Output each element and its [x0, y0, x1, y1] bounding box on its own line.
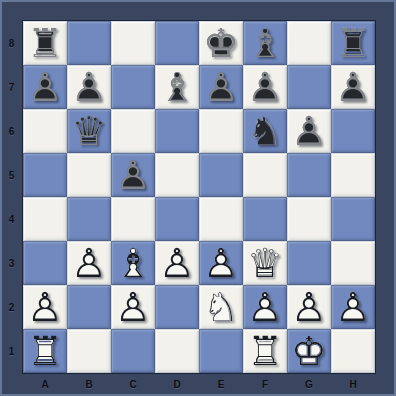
square-d4[interactable] — [155, 197, 199, 241]
square-g8[interactable] — [287, 21, 331, 65]
square-f4[interactable] — [243, 197, 287, 241]
piece-black-pawn-h7[interactable]: ♟♙ — [331, 65, 375, 109]
square-h6[interactable] — [331, 109, 375, 153]
black-rook-outline-icon: ♖ — [331, 21, 375, 65]
square-b5[interactable] — [67, 153, 111, 197]
piece-black-queen-b6[interactable]: ♛♕ — [67, 109, 111, 153]
square-h8[interactable]: ♜♖ — [331, 21, 375, 65]
piece-white-bishop-c3[interactable]: ♝♗ — [111, 241, 155, 285]
square-d1[interactable] — [155, 329, 199, 373]
square-f1[interactable]: ♜♖ — [243, 329, 287, 373]
square-f7[interactable]: ♟♙ — [243, 65, 287, 109]
white-pawn-outline-icon: ♙ — [111, 285, 155, 329]
white-rook-outline-icon: ♖ — [243, 329, 287, 373]
piece-white-pawn-c2[interactable]: ♟♙ — [111, 285, 155, 329]
white-pawn-outline-icon: ♙ — [199, 241, 243, 285]
rank-label-4: 4 — [0, 197, 23, 241]
square-b4[interactable] — [67, 197, 111, 241]
white-queen-outline-icon: ♕ — [243, 241, 287, 285]
square-d2[interactable] — [155, 285, 199, 329]
piece-black-rook-a8[interactable]: ♜♖ — [23, 21, 67, 65]
white-bishop-outline-icon: ♗ — [111, 241, 155, 285]
square-h4[interactable] — [331, 197, 375, 241]
black-pawn-outline-icon: ♙ — [331, 65, 375, 109]
square-a3[interactable] — [23, 241, 67, 285]
square-a4[interactable] — [23, 197, 67, 241]
square-g6[interactable]: ♟♙ — [287, 109, 331, 153]
square-e1[interactable] — [199, 329, 243, 373]
rank-label-5: 5 — [0, 153, 23, 197]
black-pawn-outline-icon: ♙ — [287, 109, 331, 153]
square-c1[interactable] — [111, 329, 155, 373]
chess-board: ♜♖♚♔♝♗♜♖♟♙♟♙♝♗♟♙♟♙♟♙♛♕♞♘♟♙♟♙♟♙♝♗♟♙♟♙♛♕♟♙… — [23, 21, 375, 373]
square-a8[interactable]: ♜♖ — [23, 21, 67, 65]
square-h5[interactable] — [331, 153, 375, 197]
piece-black-king-e8[interactable]: ♚♔ — [199, 21, 243, 65]
piece-white-knight-e2[interactable]: ♞♘ — [199, 285, 243, 329]
square-b7[interactable]: ♟♙ — [67, 65, 111, 109]
piece-white-king-g1[interactable]: ♚♔ — [287, 329, 331, 373]
black-bishop-outline-icon: ♗ — [243, 21, 287, 65]
white-pawn-outline-icon: ♙ — [67, 241, 111, 285]
square-b6[interactable]: ♛♕ — [67, 109, 111, 153]
black-knight-outline-icon: ♘ — [243, 109, 287, 153]
square-f5[interactable] — [243, 153, 287, 197]
file-label-a: A — [23, 373, 67, 396]
black-pawn-outline-icon: ♙ — [199, 65, 243, 109]
square-h3[interactable] — [331, 241, 375, 285]
rank-label-7: 7 — [0, 65, 23, 109]
piece-white-pawn-h2[interactable]: ♟♙ — [331, 285, 375, 329]
square-e7[interactable]: ♟♙ — [199, 65, 243, 109]
square-a7[interactable]: ♟♙ — [23, 65, 67, 109]
piece-white-pawn-e3[interactable]: ♟♙ — [199, 241, 243, 285]
square-d3[interactable]: ♟♙ — [155, 241, 199, 285]
square-f3[interactable]: ♛♕ — [243, 241, 287, 285]
square-g2[interactable]: ♟♙ — [287, 285, 331, 329]
square-d5[interactable] — [155, 153, 199, 197]
black-pawn-outline-icon: ♙ — [111, 153, 155, 197]
square-f6[interactable]: ♞♘ — [243, 109, 287, 153]
piece-black-pawn-e7[interactable]: ♟♙ — [199, 65, 243, 109]
piece-white-pawn-a2[interactable]: ♟♙ — [23, 285, 67, 329]
black-king-outline-icon: ♔ — [199, 21, 243, 65]
white-king-outline-icon: ♔ — [287, 329, 331, 373]
white-pawn-outline-icon: ♙ — [155, 241, 199, 285]
white-pawn-outline-icon: ♙ — [331, 285, 375, 329]
piece-black-rook-h8[interactable]: ♜♖ — [331, 21, 375, 65]
square-c8[interactable] — [111, 21, 155, 65]
piece-black-pawn-f7[interactable]: ♟♙ — [243, 65, 287, 109]
square-b1[interactable] — [67, 329, 111, 373]
square-e3[interactable]: ♟♙ — [199, 241, 243, 285]
square-c2[interactable]: ♟♙ — [111, 285, 155, 329]
piece-black-bishop-f8[interactable]: ♝♗ — [243, 21, 287, 65]
file-label-e: E — [199, 373, 243, 396]
file-label-g: G — [287, 373, 331, 396]
black-pawn-outline-icon: ♙ — [23, 65, 67, 109]
rank-label-3: 3 — [0, 241, 23, 285]
piece-black-pawn-c5[interactable]: ♟♙ — [111, 153, 155, 197]
square-a6[interactable] — [23, 109, 67, 153]
file-label-c: C — [111, 373, 155, 396]
file-label-d: D — [155, 373, 199, 396]
rank-label-2: 2 — [0, 285, 23, 329]
white-pawn-outline-icon: ♙ — [243, 285, 287, 329]
square-e2[interactable]: ♞♘ — [199, 285, 243, 329]
piece-black-pawn-b7[interactable]: ♟♙ — [67, 65, 111, 109]
piece-black-knight-f6[interactable]: ♞♘ — [243, 109, 287, 153]
square-f2[interactable]: ♟♙ — [243, 285, 287, 329]
square-d6[interactable] — [155, 109, 199, 153]
piece-white-pawn-g2[interactable]: ♟♙ — [287, 285, 331, 329]
file-label-b: B — [67, 373, 111, 396]
square-c4[interactable] — [111, 197, 155, 241]
square-g5[interactable] — [287, 153, 331, 197]
square-g3[interactable] — [287, 241, 331, 285]
square-b8[interactable] — [67, 21, 111, 65]
white-pawn-outline-icon: ♙ — [287, 285, 331, 329]
square-a2[interactable]: ♟♙ — [23, 285, 67, 329]
square-h2[interactable]: ♟♙ — [331, 285, 375, 329]
black-queen-outline-icon: ♕ — [67, 109, 111, 153]
rank-label-8: 8 — [0, 21, 23, 65]
square-a5[interactable] — [23, 153, 67, 197]
white-pawn-outline-icon: ♙ — [23, 285, 67, 329]
square-g1[interactable]: ♚♔ — [287, 329, 331, 373]
square-c3[interactable]: ♝♗ — [111, 241, 155, 285]
file-labels: A B C D E F G H — [23, 373, 375, 396]
black-rook-outline-icon: ♖ — [23, 21, 67, 65]
square-a1[interactable]: ♜♖ — [23, 329, 67, 373]
rank-label-6: 6 — [0, 109, 23, 153]
white-knight-outline-icon: ♘ — [199, 285, 243, 329]
square-c7[interactable] — [111, 65, 155, 109]
file-label-f: F — [243, 373, 287, 396]
black-pawn-outline-icon: ♙ — [67, 65, 111, 109]
square-e5[interactable] — [199, 153, 243, 197]
black-bishop-outline-icon: ♗ — [155, 65, 199, 109]
square-f8[interactable]: ♝♗ — [243, 21, 287, 65]
black-pawn-outline-icon: ♙ — [243, 65, 287, 109]
piece-white-queen-f3[interactable]: ♛♕ — [243, 241, 287, 285]
square-g4[interactable] — [287, 197, 331, 241]
rank-labels: 8 7 6 5 4 3 2 1 — [0, 21, 23, 373]
piece-white-pawn-d3[interactable]: ♟♙ — [155, 241, 199, 285]
square-c6[interactable] — [111, 109, 155, 153]
square-d7[interactable]: ♝♗ — [155, 65, 199, 109]
piece-white-rook-f1[interactable]: ♜♖ — [243, 329, 287, 373]
piece-white-rook-a1[interactable]: ♜♖ — [23, 329, 67, 373]
piece-black-pawn-a7[interactable]: ♟♙ — [23, 65, 67, 109]
square-c5[interactable]: ♟♙ — [111, 153, 155, 197]
square-h7[interactable]: ♟♙ — [331, 65, 375, 109]
square-e6[interactable] — [199, 109, 243, 153]
square-h1[interactable] — [331, 329, 375, 373]
file-label-h: H — [331, 373, 375, 396]
square-g7[interactable] — [287, 65, 331, 109]
white-rook-outline-icon: ♖ — [23, 329, 67, 373]
piece-black-pawn-g6[interactable]: ♟♙ — [287, 109, 331, 153]
square-e4[interactable] — [199, 197, 243, 241]
chess-board-frame: 8 7 6 5 4 3 2 1 ♜♖♚♔♝♗♜♖♟♙♟♙♝♗♟♙♟♙♟♙♛♕♞♘… — [0, 0, 396, 396]
piece-white-pawn-f2[interactable]: ♟♙ — [243, 285, 287, 329]
rank-label-1: 1 — [0, 329, 23, 373]
square-e8[interactable]: ♚♔ — [199, 21, 243, 65]
square-d8[interactable] — [155, 21, 199, 65]
piece-black-bishop-d7[interactable]: ♝♗ — [155, 65, 199, 109]
square-b3[interactable]: ♟♙ — [67, 241, 111, 285]
square-b2[interactable] — [67, 285, 111, 329]
piece-white-pawn-b3[interactable]: ♟♙ — [67, 241, 111, 285]
